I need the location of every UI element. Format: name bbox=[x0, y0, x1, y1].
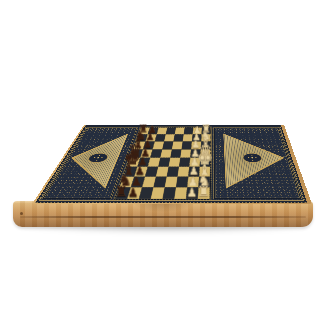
square-h1: ♜ bbox=[198, 187, 210, 199]
board-top: ♜♟♟♜♞♟♟♞♝♟♟♝♛♟♟♛♚♟♟♚♝♟♟♝♞♟♟♞♜♟♟♜ bbox=[32, 125, 312, 204]
black-rook: ♜ bbox=[115, 185, 128, 199]
board-tilt-wrapper: ♜♟♟♜♞♟♟♞♝♟♟♝♛♟♟♛♚♟♟♚♝♟♟♝♞♟♟♞♜♟♟♜ bbox=[32, 125, 312, 204]
white-pawn: ♟ bbox=[186, 187, 197, 199]
square-h2: ♟ bbox=[186, 187, 198, 199]
inner-ornament-field: ♜♟♟♜♞♟♟♞♝♟♟♝♛♟♟♛♚♟♟♚♝♟♟♝♞♟♟♞♜♟♟♜ bbox=[39, 127, 304, 201]
black-pawn: ♟ bbox=[128, 187, 139, 199]
wood-knot bbox=[20, 212, 23, 215]
decorated-border-band: ♜♟♟♜♞♟♟♞♝♟♟♝♛♟♟♛♚♟♟♚♝♟♟♝♞♟♟♞♜♟♟♜ bbox=[35, 125, 307, 202]
right-oval-medallion bbox=[243, 153, 263, 162]
right-ornament-panel bbox=[214, 127, 302, 199]
white-rook: ♜ bbox=[197, 185, 210, 199]
box-front-edge bbox=[13, 201, 313, 227]
product-photo: ♜♟♟♜♞♟♟♞♝♟♟♝♛♟♟♛♚♟♟♚♝♟♟♝♞♟♟♞♜♟♟♜ bbox=[0, 0, 328, 328]
box-seam bbox=[20, 216, 306, 218]
